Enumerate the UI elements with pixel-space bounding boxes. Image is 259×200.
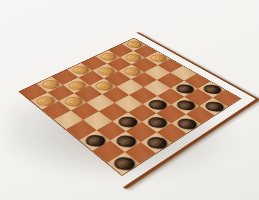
photo-backdrop: ⛀⛀⛀⛀⛀⛀⛀⛀⛀⛀⛀⛀⛂⛂⛂⛂⛂⛂⛂⛂⛂⛂⛂⛂ <box>0 0 259 200</box>
